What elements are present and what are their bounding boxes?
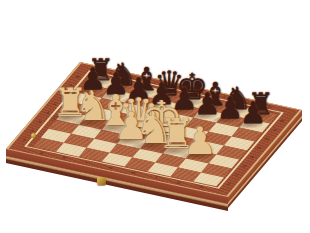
frame-coordinate-mark: h: [199, 186, 206, 190]
frame-coordinate-mark: 1: [21, 138, 28, 142]
frame-coordinate-mark: 8: [74, 75, 81, 79]
frame-coordinate-mark: a: [39, 151, 45, 155]
frame-coordinate-mark: c: [85, 161, 91, 164]
brass-hinge: [31, 133, 36, 138]
frame-coordinate-mark: g: [244, 100, 251, 104]
frame-coordinate-mark: a: [107, 71, 113, 75]
frame-coordinate-mark: 5: [52, 102, 59, 106]
frame-coordinate-mark: g: [176, 181, 183, 185]
frame-coordinate-mark: 3: [36, 120, 43, 124]
frame-coordinate-mark: e: [198, 91, 204, 95]
frame-coordinate-mark: e: [130, 171, 136, 175]
brass-clasp: [97, 177, 106, 185]
frame-coordinate-mark: d: [107, 166, 114, 170]
frame-coordinate-mark: 2: [29, 129, 36, 133]
frame-coordinate-mark: 7: [271, 128, 278, 132]
frame-coordinate-mark: 8: [279, 119, 286, 123]
frame-coordinate-mark: d: [175, 86, 182, 90]
frame-coordinate-mark: 6: [264, 137, 271, 141]
frame-coordinate-mark: b: [61, 156, 68, 160]
frame-coordinate-mark: 2: [233, 173, 240, 177]
frame-coordinate-mark: b: [130, 76, 137, 80]
frame-coordinate-mark: 7: [67, 84, 74, 88]
frame-coordinate-mark: h: [267, 105, 274, 109]
frame-coordinate-mark: 4: [44, 111, 51, 115]
frame-coordinate-mark: 4: [248, 155, 255, 159]
chess-board: aabbccddeeffgghh8877665544332211: [6, 62, 302, 197]
frame-coordinate-mark: f: [154, 176, 159, 179]
frame-coordinate-mark: 5: [256, 146, 263, 150]
frame-coordinate-mark: f: [222, 96, 227, 99]
frame-coordinate-mark: c: [153, 81, 159, 84]
product-photo: aabbccddeeffgghh8877665544332211 ♜♞♝♛♚♝♞…: [0, 0, 310, 233]
frame-coordinate-mark: 6: [59, 93, 66, 97]
frame-coordinate-mark: 3: [241, 164, 248, 168]
frame-coordinate-mark: 1: [226, 182, 233, 186]
